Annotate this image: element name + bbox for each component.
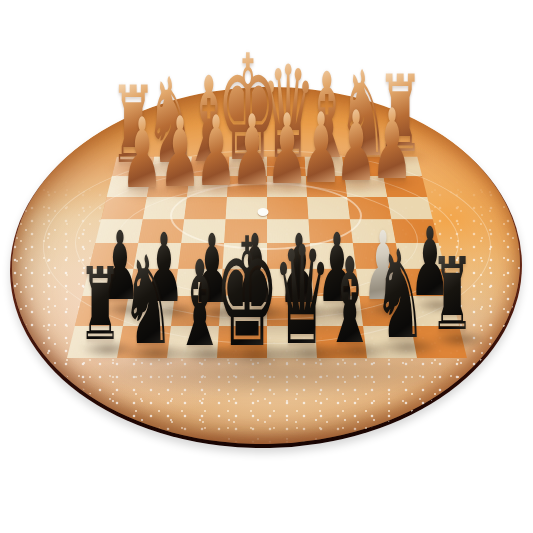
piece-black-bishop-c8: ♝ (325, 242, 376, 360)
piece-black-rook-h8: ♜ (78, 255, 121, 355)
piece-black-knight-b8: ♞ (374, 234, 427, 356)
piece-white-pawn-f2: ♟ (195, 103, 237, 200)
piece-white-pawn-a2: ♟ (371, 96, 413, 193)
piece-black-rook-a8: ♜ (430, 245, 473, 345)
piece-white-pawn-g2: ♟ (159, 104, 201, 201)
piece-black-knight-g8: ♞ (122, 240, 175, 362)
piece-black-king-e8: ♚ (215, 218, 280, 368)
piece-white-pawn-e2: ♟ (231, 102, 273, 199)
photo-stage: ♜♞♝♛♚♝♞♜♟♟♟♟♟♟♟♟♟♟♟♟♟♟♟♟♜♞♜♝♞♛♝♚ (0, 0, 533, 533)
piece-white-pawn-h2: ♟ (121, 105, 163, 202)
piece-black-queen-d8: ♛ (273, 228, 332, 364)
